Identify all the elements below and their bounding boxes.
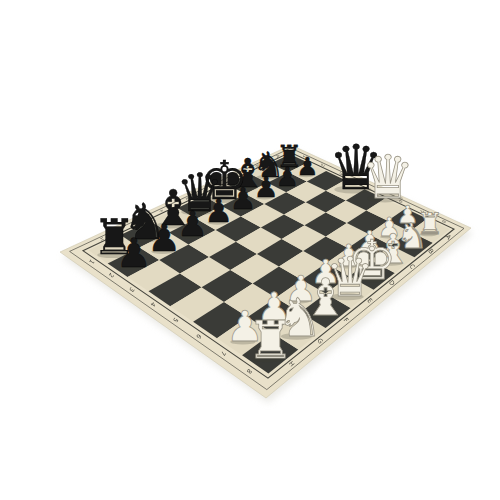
white-rook-h8: ♜ xyxy=(247,310,294,370)
black-pawn-h2: ♟ xyxy=(116,230,152,277)
black-pawn-e2: ♟ xyxy=(204,192,233,230)
piece-glyph: ♟ xyxy=(253,171,278,204)
black-pawn-d2: ♟ xyxy=(230,181,257,216)
piece-glyph: ♟ xyxy=(116,230,152,277)
piece-glyph: ♟ xyxy=(230,181,257,216)
black-pawn-f2: ♟ xyxy=(177,204,208,244)
black-pawn-c2: ♟ xyxy=(253,171,278,204)
chess-set-product-photo: 1122334455667788HHGGFFEEDDCCBBAA♜♟♞♟♝♛♟♛… xyxy=(0,0,500,500)
black-pawn-b2: ♟ xyxy=(276,162,300,192)
piece-glyph: ♟ xyxy=(177,204,208,244)
piece-glyph: ♟ xyxy=(276,162,300,192)
piece-glyph: ♟ xyxy=(148,216,181,260)
black-pawn-a2: ♟ xyxy=(296,152,318,181)
piece-glyph: ♟ xyxy=(296,152,318,181)
black-pawn-g2: ♟ xyxy=(148,216,181,260)
piece-glyph: ♟ xyxy=(204,192,233,230)
chess-board-scene: 1122334455667788HHGGFFEEDDCCBBAA♜♟♞♟♝♛♟♛… xyxy=(0,0,500,500)
piece-glyph: ♜ xyxy=(247,310,294,370)
